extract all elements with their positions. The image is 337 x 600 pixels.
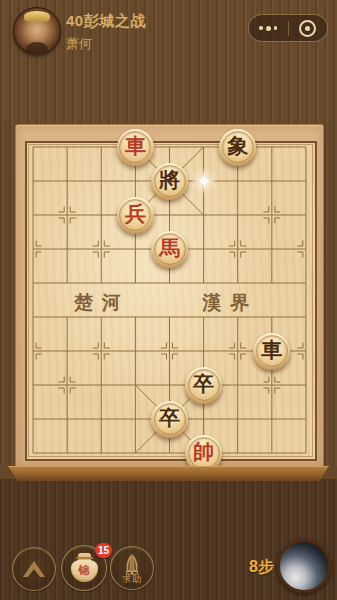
more-dots-icon [274, 26, 278, 30]
steps-counter: 8步 [249, 557, 274, 578]
ask-help-button[interactable]: 求助 [110, 546, 154, 590]
app-screen: 40彭城之战 萧何 楚河 漢界 車象將兵馬車卒卒帥 锦 15 [0, 0, 337, 600]
hint-bag-button[interactable]: 锦 15 [61, 545, 107, 591]
piece-red-chariot[interactable]: 車 [117, 129, 154, 166]
more-dots-icon [259, 26, 263, 30]
piece-black-soldier[interactable]: 卒 [151, 401, 188, 438]
level-avatar [13, 7, 61, 55]
hint-sparkle-effect [191, 168, 217, 194]
more-button[interactable] [249, 15, 288, 41]
piece-black-chariot[interactable]: 車 [253, 333, 290, 370]
board-table-edge [8, 466, 329, 481]
user-avatar[interactable] [277, 539, 331, 593]
exit-target-icon [299, 20, 316, 37]
bag-count-badge: 15 [95, 543, 112, 558]
pieces-grid: 車象將兵馬車卒卒帥 [16, 130, 323, 470]
header-text: 40彭城之战 萧何 [66, 12, 146, 53]
piece-black-general[interactable]: 將 [151, 163, 188, 200]
piece-red-general[interactable]: 帥 [185, 435, 222, 472]
level-character-name: 萧何 [66, 35, 146, 53]
miniprogram-capsule [248, 14, 328, 42]
bag-character: 锦 [79, 563, 90, 578]
more-dots-icon [266, 26, 271, 31]
piece-black-soldier[interactable]: 卒 [185, 367, 222, 404]
piece-red-soldier[interactable]: 兵 [117, 197, 154, 234]
xiangqi-board[interactable]: 楚河 漢界 車象將兵馬車卒卒帥 [15, 124, 324, 468]
page-title: 40彭城之战 [66, 12, 146, 31]
help-label: 求助 [111, 573, 153, 586]
chevron-up-icon [20, 558, 48, 580]
piece-red-horse[interactable]: 馬 [151, 231, 188, 268]
collapse-button[interactable] [12, 547, 56, 591]
exit-button[interactable] [289, 15, 328, 41]
piece-black-elephant[interactable]: 象 [219, 129, 256, 166]
brocade-bag-icon: 锦 [71, 559, 98, 582]
